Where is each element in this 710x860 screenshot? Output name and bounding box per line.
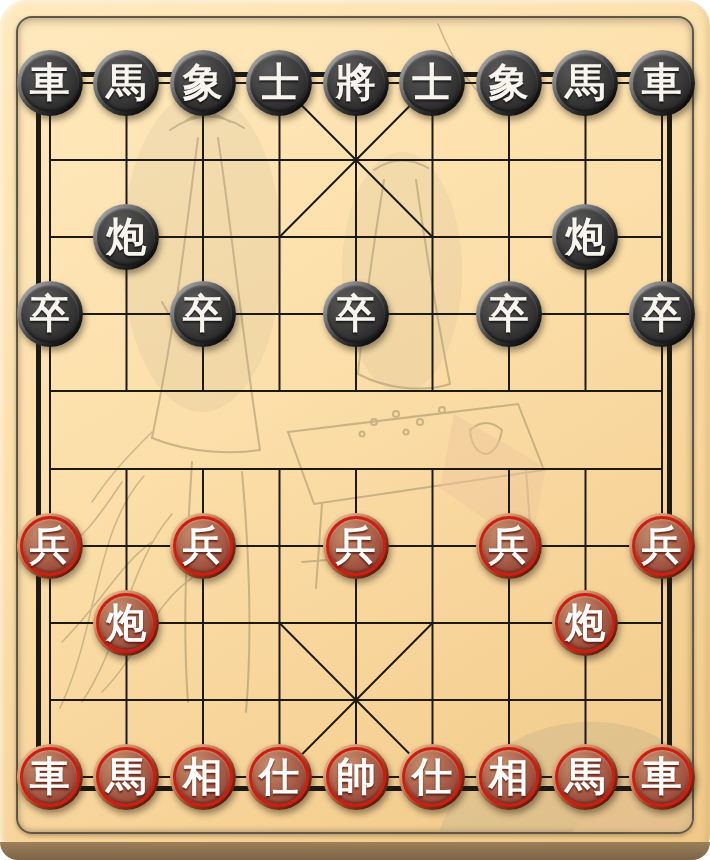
red-soldier-face: 兵 bbox=[326, 516, 386, 576]
red-soldier-face: 兵 bbox=[479, 516, 539, 576]
black-cannon[interactable]: 炮 bbox=[552, 204, 618, 270]
red-soldier-glyph: 兵 bbox=[642, 525, 682, 565]
black-general[interactable]: 將 bbox=[323, 50, 389, 116]
red-chariot[interactable]: 車 bbox=[629, 744, 695, 810]
red-horse-glyph: 馬 bbox=[565, 756, 605, 796]
red-advisor-face: 仕 bbox=[402, 747, 462, 807]
red-cannon-glyph: 炮 bbox=[565, 602, 605, 642]
black-horse[interactable]: 馬 bbox=[93, 50, 159, 116]
red-horse-face: 馬 bbox=[96, 747, 156, 807]
red-cannon-face: 炮 bbox=[96, 593, 156, 653]
black-elephant[interactable]: 象 bbox=[476, 50, 542, 116]
black-elephant-face: 象 bbox=[174, 54, 232, 112]
black-chariot[interactable]: 車 bbox=[629, 50, 695, 116]
black-general-face: 將 bbox=[327, 54, 385, 112]
black-chariot-glyph: 車 bbox=[642, 62, 682, 102]
red-soldier-glyph: 兵 bbox=[336, 525, 376, 565]
red-cannon[interactable]: 炮 bbox=[93, 590, 159, 656]
red-advisor-glyph: 仕 bbox=[412, 756, 452, 796]
black-soldier-face: 卒 bbox=[633, 285, 691, 343]
black-elephant[interactable]: 象 bbox=[170, 50, 236, 116]
black-cannon-glyph: 炮 bbox=[106, 216, 146, 256]
frame-bottom-bevel bbox=[0, 842, 710, 860]
black-soldier-face: 卒 bbox=[174, 285, 232, 343]
red-soldier-face: 兵 bbox=[20, 516, 80, 576]
red-soldier-glyph: 兵 bbox=[30, 525, 70, 565]
black-elephant-glyph: 象 bbox=[183, 62, 223, 102]
red-elephant[interactable]: 相 bbox=[170, 744, 236, 810]
red-cannon-face: 炮 bbox=[555, 593, 615, 653]
red-soldier[interactable]: 兵 bbox=[323, 513, 389, 579]
red-horse[interactable]: 馬 bbox=[552, 744, 618, 810]
red-advisor-face: 仕 bbox=[249, 747, 309, 807]
black-elephant-face: 象 bbox=[480, 54, 538, 112]
red-chariot-glyph: 車 bbox=[30, 756, 70, 796]
black-advisor-glyph: 士 bbox=[259, 62, 299, 102]
red-chariot-glyph: 車 bbox=[642, 756, 682, 796]
black-horse[interactable]: 馬 bbox=[552, 50, 618, 116]
black-horse-face: 馬 bbox=[556, 54, 614, 112]
black-soldier-face: 卒 bbox=[480, 285, 538, 343]
black-soldier[interactable]: 卒 bbox=[17, 281, 83, 347]
black-elephant-glyph: 象 bbox=[489, 62, 529, 102]
board-frame: 車馬象士將士象馬車炮炮卒卒卒卒卒兵兵兵兵兵炮炮車馬相仕帥仕相馬車 bbox=[0, 0, 710, 860]
red-general[interactable]: 帥 bbox=[323, 744, 389, 810]
black-chariot-face: 車 bbox=[633, 54, 691, 112]
red-elephant-glyph: 相 bbox=[183, 756, 223, 796]
black-general-glyph: 將 bbox=[336, 62, 376, 102]
red-general-face: 帥 bbox=[326, 747, 386, 807]
red-elephant-face: 相 bbox=[173, 747, 233, 807]
black-chariot[interactable]: 車 bbox=[17, 50, 83, 116]
red-horse[interactable]: 馬 bbox=[93, 744, 159, 810]
red-elephant-face: 相 bbox=[479, 747, 539, 807]
black-soldier-glyph: 卒 bbox=[336, 293, 376, 333]
black-chariot-face: 車 bbox=[21, 54, 79, 112]
red-general-glyph: 帥 bbox=[336, 756, 376, 796]
red-chariot-face: 車 bbox=[632, 747, 692, 807]
black-cannon-face: 炮 bbox=[97, 208, 155, 266]
black-chariot-glyph: 車 bbox=[30, 62, 70, 102]
red-chariot-face: 車 bbox=[20, 747, 80, 807]
red-cannon-glyph: 炮 bbox=[106, 602, 146, 642]
red-soldier[interactable]: 兵 bbox=[17, 513, 83, 579]
red-cannon[interactable]: 炮 bbox=[552, 590, 618, 656]
red-soldier-glyph: 兵 bbox=[183, 525, 223, 565]
black-advisor-face: 士 bbox=[403, 54, 461, 112]
red-elephant[interactable]: 相 bbox=[476, 744, 542, 810]
black-soldier[interactable]: 卒 bbox=[323, 281, 389, 347]
red-soldier-glyph: 兵 bbox=[489, 525, 529, 565]
black-soldier-glyph: 卒 bbox=[642, 293, 682, 333]
xiangqi-app: 車馬象士將士象馬車炮炮卒卒卒卒卒兵兵兵兵兵炮炮車馬相仕帥仕相馬車 bbox=[0, 0, 710, 860]
black-cannon-face: 炮 bbox=[556, 208, 614, 266]
black-soldier[interactable]: 卒 bbox=[170, 281, 236, 347]
black-horse-glyph: 馬 bbox=[565, 62, 605, 102]
black-horse-face: 馬 bbox=[97, 54, 155, 112]
black-horse-glyph: 馬 bbox=[106, 62, 146, 102]
black-cannon-glyph: 炮 bbox=[565, 216, 605, 256]
red-chariot[interactable]: 車 bbox=[17, 744, 83, 810]
black-advisor-glyph: 士 bbox=[412, 62, 452, 102]
black-soldier-face: 卒 bbox=[327, 285, 385, 343]
red-soldier[interactable]: 兵 bbox=[476, 513, 542, 579]
black-soldier-glyph: 卒 bbox=[183, 293, 223, 333]
red-soldier-face: 兵 bbox=[632, 516, 692, 576]
red-advisor[interactable]: 仕 bbox=[246, 744, 312, 810]
black-advisor-face: 士 bbox=[250, 54, 308, 112]
black-soldier[interactable]: 卒 bbox=[629, 281, 695, 347]
black-advisor[interactable]: 士 bbox=[399, 50, 465, 116]
red-advisor[interactable]: 仕 bbox=[399, 744, 465, 810]
black-soldier-glyph: 卒 bbox=[489, 293, 529, 333]
red-soldier[interactable]: 兵 bbox=[629, 513, 695, 579]
red-horse-glyph: 馬 bbox=[106, 756, 146, 796]
black-soldier[interactable]: 卒 bbox=[476, 281, 542, 347]
black-soldier-glyph: 卒 bbox=[30, 293, 70, 333]
red-horse-face: 馬 bbox=[555, 747, 615, 807]
black-cannon[interactable]: 炮 bbox=[93, 204, 159, 270]
black-soldier-face: 卒 bbox=[21, 285, 79, 343]
piece-grid: 車馬象士將士象馬車炮炮卒卒卒卒卒兵兵兵兵兵炮炮車馬相仕帥仕相馬車 bbox=[12, 45, 701, 816]
red-elephant-glyph: 相 bbox=[489, 756, 529, 796]
black-advisor[interactable]: 士 bbox=[246, 50, 312, 116]
red-soldier-face: 兵 bbox=[173, 516, 233, 576]
red-advisor-glyph: 仕 bbox=[259, 756, 299, 796]
red-soldier[interactable]: 兵 bbox=[170, 513, 236, 579]
